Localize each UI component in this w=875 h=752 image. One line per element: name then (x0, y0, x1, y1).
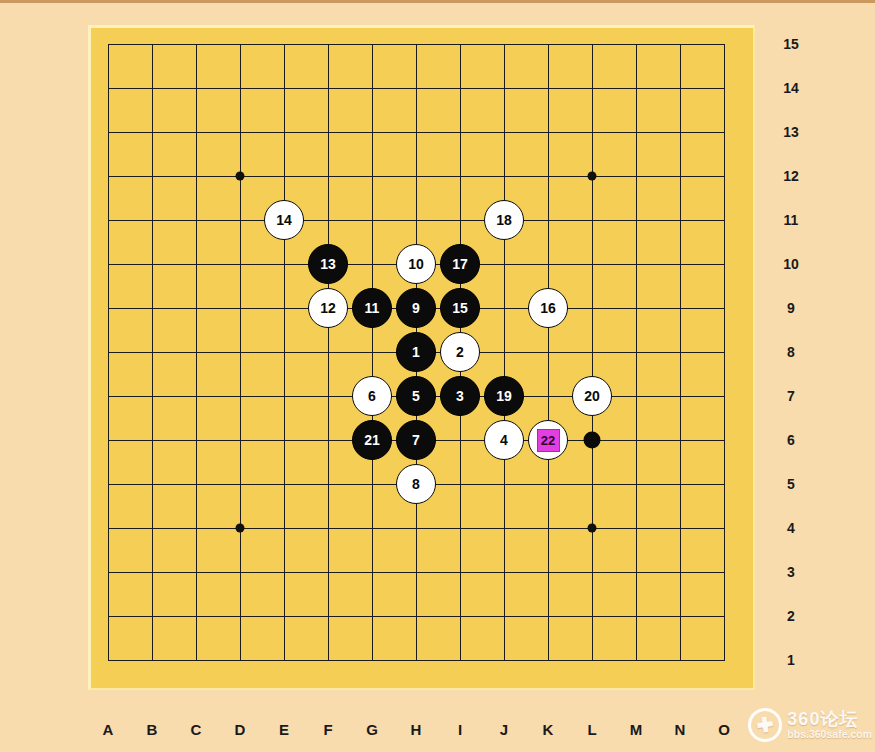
row-label-11: 11 (776, 212, 806, 228)
row-label-15: 15 (776, 36, 806, 52)
row-label-9: 9 (776, 300, 806, 316)
black-stone-3: 3 (440, 376, 480, 416)
col-label-B: B (140, 721, 164, 738)
col-label-F: F (316, 721, 340, 738)
col-label-M: M (624, 721, 648, 738)
row-label-13: 13 (776, 124, 806, 140)
row-label-12: 12 (776, 168, 806, 184)
col-label-E: E (272, 721, 296, 738)
white-stone-4: 4 (484, 420, 524, 460)
white-stone-14: 14 (264, 200, 304, 240)
window-top-strip (0, 0, 875, 3)
gomoku-board[interactable]: 12345678910111213141516171819202122 (88, 25, 755, 690)
black-stone-1: 1 (396, 332, 436, 372)
col-label-J: J (492, 721, 516, 738)
white-stone-20: 20 (572, 376, 612, 416)
360-logo-icon: ✚ (746, 706, 784, 744)
col-label-A: A (96, 721, 120, 738)
row-label-2: 2 (776, 608, 806, 624)
white-stone-22: 22 (528, 420, 568, 460)
white-stone-12: 12 (308, 288, 348, 328)
col-label-N: N (668, 721, 692, 738)
row-label-5: 5 (776, 476, 806, 492)
row-label-8: 8 (776, 344, 806, 360)
watermark-subtitle: bbs.360safe.com (787, 729, 872, 740)
white-stone-2: 2 (440, 332, 480, 372)
black-stone-21: 21 (352, 420, 392, 460)
row-label-14: 14 (776, 80, 806, 96)
col-label-O: O (712, 721, 736, 738)
watermark-title: 360论坛 (787, 710, 872, 729)
black-stone-9: 9 (396, 288, 436, 328)
white-stone-6: 6 (352, 376, 392, 416)
col-label-L: L (580, 721, 604, 738)
col-label-H: H (404, 721, 428, 738)
white-stone-8: 8 (396, 464, 436, 504)
watermark: ✚ 360论坛 bbs.360safe.com (748, 708, 872, 742)
black-stone-19: 19 (484, 376, 524, 416)
black-stone-13: 13 (308, 244, 348, 284)
row-label-7: 7 (776, 388, 806, 404)
row-label-1: 1 (776, 652, 806, 668)
row-label-10: 10 (776, 256, 806, 272)
col-label-G: G (360, 721, 384, 738)
black-stone-7: 7 (396, 420, 436, 460)
black-stone-17: 17 (440, 244, 480, 284)
white-stone-18: 18 (484, 200, 524, 240)
row-label-3: 3 (776, 564, 806, 580)
last-move-marker: 22 (537, 429, 560, 452)
black-stone-5: 5 (396, 376, 436, 416)
black-stone-15: 15 (440, 288, 480, 328)
black-stone-11: 11 (352, 288, 392, 328)
row-label-6: 6 (776, 432, 806, 448)
col-label-D: D (228, 721, 252, 738)
col-label-C: C (184, 721, 208, 738)
stones-layer: 12345678910111213141516171819202122 (108, 44, 725, 661)
col-label-K: K (536, 721, 560, 738)
white-stone-16: 16 (528, 288, 568, 328)
col-label-I: I (448, 721, 472, 738)
row-label-4: 4 (776, 520, 806, 536)
marked-point-dot-L6 (584, 432, 601, 449)
white-stone-10: 10 (396, 244, 436, 284)
